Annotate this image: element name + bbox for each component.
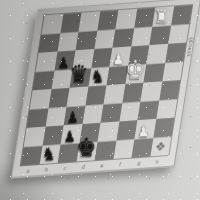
board-logo-emblem: ❖ [150,136,171,156]
piece-black-queen[interactable]: ♛ [70,63,89,88]
file-label-h: h [147,156,167,167]
square-d5[interactable]: ♞ [88,67,109,87]
square-h4[interactable] [159,80,180,100]
square-h1[interactable]: ❖ [150,136,171,156]
piece-white-pawn[interactable]: ♟ [134,123,153,138]
square-h3[interactable] [156,99,177,119]
piece-black-pawn[interactable]: ♟ [64,109,83,124]
file-label-f: f [110,159,130,170]
square-d1[interactable]: ♚ [76,142,97,162]
photo-scene: ♜♟♟♛♞♚♟♟♟♞♚❖ abcdefgh Ⓒ Chess [0,0,200,200]
square-f5[interactable]: ♚ [125,64,146,84]
piece-black-knight[interactable]: ♞ [88,68,107,86]
piece-white-king[interactable]: ♚ [125,58,144,84]
file-label-g: g [129,158,149,169]
board-border: ♜♟♟♛♞♚♟♟♟♞♚❖ abcdefgh Ⓒ Chess [11,0,200,178]
square-h8[interactable] [171,5,192,25]
square-g2[interactable]: ♟ [134,119,155,139]
piece-black-knight[interactable]: ♞ [39,146,58,164]
square-h5[interactable] [162,61,183,81]
file-label-c: c [55,163,75,174]
square-h2[interactable] [153,118,174,138]
square-c3[interactable]: ♟ [64,105,85,125]
square-g8[interactable]: ♜ [152,6,173,26]
square-h6[interactable] [165,43,186,63]
file-label-a: a [18,165,38,176]
piece-white-rook[interactable]: ♜ [152,7,171,26]
board-squares: ♜♟♟♛♞♚♟♟♟♞♚❖ [20,4,194,167]
file-label-b: b [36,164,56,175]
square-b1[interactable]: ♞ [39,144,60,164]
square-h7[interactable] [168,24,189,44]
piece-black-king[interactable]: ♚ [76,135,95,161]
chessboard: ♜♟♟♛♞♚♟♟♟♞♚❖ abcdefgh Ⓒ Chess [11,0,200,178]
file-label-d: d [73,161,93,172]
